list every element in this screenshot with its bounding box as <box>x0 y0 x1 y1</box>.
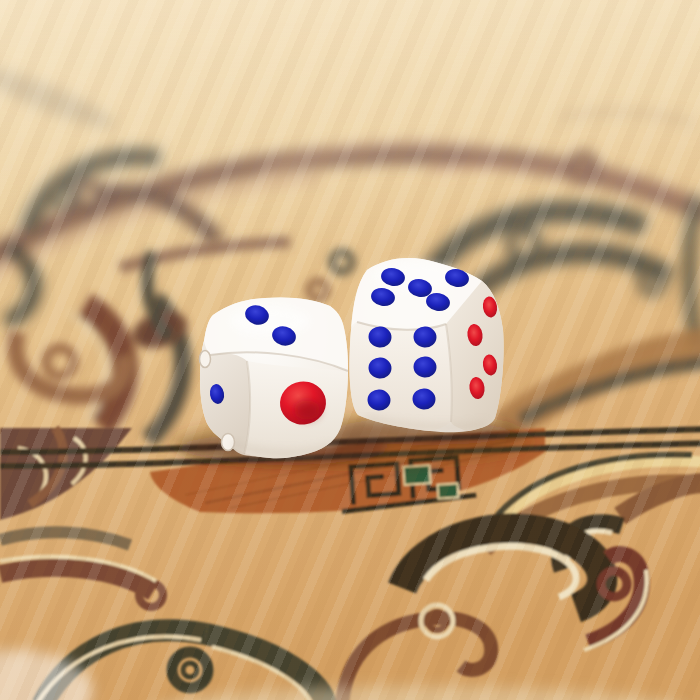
die-front-face <box>349 322 451 431</box>
right-die[interactable] <box>336 246 508 436</box>
photo-scene <box>0 0 700 700</box>
left-die[interactable] <box>195 293 351 463</box>
